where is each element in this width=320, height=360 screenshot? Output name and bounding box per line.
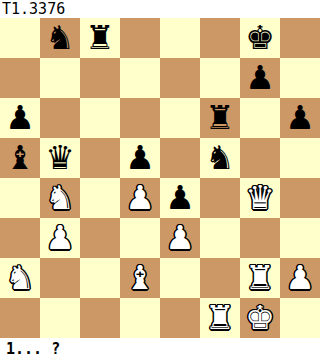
piece-black-knight: ♞	[40, 18, 80, 58]
square-c4[interactable]	[80, 178, 120, 218]
move-prompt-text: 1... ?	[6, 340, 60, 358]
square-a2[interactable]: ♞	[0, 258, 40, 298]
square-f2[interactable]	[200, 258, 240, 298]
square-h5[interactable]	[280, 138, 320, 178]
square-e2[interactable]	[160, 258, 200, 298]
square-a7[interactable]	[0, 58, 40, 98]
piece-white-knight: ♞	[0, 258, 40, 298]
piece-black-pawn: ♟	[0, 98, 40, 138]
square-b7[interactable]	[40, 58, 80, 98]
piece-white-rook: ♜	[240, 258, 280, 298]
square-d1[interactable]	[120, 298, 160, 338]
piece-black-rook: ♜	[200, 98, 240, 138]
square-b6[interactable]	[40, 98, 80, 138]
square-e4[interactable]: ♟	[160, 178, 200, 218]
square-g6[interactable]	[240, 98, 280, 138]
piece-black-bishop: ♝	[0, 138, 40, 178]
square-h2[interactable]: ♟	[280, 258, 320, 298]
square-g7[interactable]: ♟	[240, 58, 280, 98]
piece-white-knight: ♞	[40, 178, 80, 218]
square-h1[interactable]	[280, 298, 320, 338]
square-f3[interactable]	[200, 218, 240, 258]
square-a6[interactable]: ♟	[0, 98, 40, 138]
square-h3[interactable]	[280, 218, 320, 258]
square-f8[interactable]	[200, 18, 240, 58]
square-d4[interactable]: ♟	[120, 178, 160, 218]
piece-black-rook: ♜	[80, 18, 120, 58]
piece-white-bishop: ♝	[120, 258, 160, 298]
square-f5[interactable]: ♞	[200, 138, 240, 178]
piece-white-pawn: ♟	[120, 178, 160, 218]
square-d5[interactable]: ♟	[120, 138, 160, 178]
puzzle-screen: T1.3376 ♞♜♚♟♟♜♟♝♛♟♞♞♟♟♛♟♟♞♝♜♟♜♚ 1... ?	[0, 0, 320, 360]
piece-black-king: ♚	[240, 18, 280, 58]
square-b1[interactable]	[40, 298, 80, 338]
square-h8[interactable]	[280, 18, 320, 58]
square-f7[interactable]	[200, 58, 240, 98]
square-b8[interactable]: ♞	[40, 18, 80, 58]
piece-black-queen: ♛	[40, 138, 80, 178]
square-c1[interactable]	[80, 298, 120, 338]
square-d3[interactable]	[120, 218, 160, 258]
square-g5[interactable]	[240, 138, 280, 178]
piece-black-pawn: ♟	[120, 138, 160, 178]
square-h7[interactable]	[280, 58, 320, 98]
square-a5[interactable]: ♝	[0, 138, 40, 178]
square-a4[interactable]	[0, 178, 40, 218]
square-f6[interactable]: ♜	[200, 98, 240, 138]
square-b4[interactable]: ♞	[40, 178, 80, 218]
piece-white-rook: ♜	[200, 298, 240, 338]
piece-black-pawn: ♟	[280, 98, 320, 138]
chess-board: ♞♜♚♟♟♜♟♝♛♟♞♞♟♟♛♟♟♞♝♜♟♜♚	[0, 18, 320, 338]
square-g2[interactable]: ♜	[240, 258, 280, 298]
square-b3[interactable]: ♟	[40, 218, 80, 258]
square-e1[interactable]	[160, 298, 200, 338]
square-e5[interactable]	[160, 138, 200, 178]
piece-white-king: ♚	[240, 298, 280, 338]
square-b5[interactable]: ♛	[40, 138, 80, 178]
piece-black-pawn: ♟	[160, 178, 200, 218]
square-c3[interactable]	[80, 218, 120, 258]
square-e8[interactable]	[160, 18, 200, 58]
square-g8[interactable]: ♚	[240, 18, 280, 58]
square-a3[interactable]	[0, 218, 40, 258]
puzzle-title-text: T1.3376	[2, 0, 65, 18]
piece-white-queen: ♛	[240, 178, 280, 218]
square-e7[interactable]	[160, 58, 200, 98]
piece-white-pawn: ♟	[160, 218, 200, 258]
square-d7[interactable]	[120, 58, 160, 98]
square-a8[interactable]	[0, 18, 40, 58]
piece-black-pawn: ♟	[240, 58, 280, 98]
square-c8[interactable]: ♜	[80, 18, 120, 58]
puzzle-title: T1.3376	[0, 0, 320, 18]
square-g3[interactable]	[240, 218, 280, 258]
square-b2[interactable]	[40, 258, 80, 298]
square-c7[interactable]	[80, 58, 120, 98]
square-g4[interactable]: ♛	[240, 178, 280, 218]
square-d2[interactable]: ♝	[120, 258, 160, 298]
square-e6[interactable]	[160, 98, 200, 138]
square-a1[interactable]	[0, 298, 40, 338]
square-h4[interactable]	[280, 178, 320, 218]
square-c2[interactable]	[80, 258, 120, 298]
square-g1[interactable]: ♚	[240, 298, 280, 338]
square-d8[interactable]	[120, 18, 160, 58]
square-d6[interactable]	[120, 98, 160, 138]
square-c5[interactable]	[80, 138, 120, 178]
square-e3[interactable]: ♟	[160, 218, 200, 258]
piece-white-pawn: ♟	[280, 258, 320, 298]
square-c6[interactable]	[80, 98, 120, 138]
move-prompt: 1... ?	[0, 338, 320, 360]
piece-white-pawn: ♟	[40, 218, 80, 258]
square-f1[interactable]: ♜	[200, 298, 240, 338]
piece-black-knight: ♞	[200, 138, 240, 178]
square-h6[interactable]: ♟	[280, 98, 320, 138]
square-f4[interactable]	[200, 178, 240, 218]
